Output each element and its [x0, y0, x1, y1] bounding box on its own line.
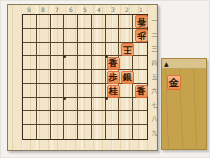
captured-pieces-tray: ▲ 金	[161, 58, 207, 150]
board-cell[interactable]	[106, 98, 120, 112]
board-cell[interactable]	[51, 111, 65, 125]
board-cell[interactable]	[78, 56, 92, 70]
board-cell[interactable]	[119, 125, 133, 139]
board-cell[interactable]	[92, 70, 106, 84]
board-cell[interactable]	[23, 111, 37, 125]
board-cell[interactable]	[64, 56, 78, 70]
board-grid-area: 香歩王香銀歩桂香	[22, 14, 148, 140]
board-cell[interactable]	[51, 125, 65, 139]
shogi-piece-sente[interactable]: 歩	[107, 71, 120, 84]
shogi-piece-sente[interactable]: 香	[135, 85, 148, 98]
file-label: 1	[134, 6, 148, 14]
board-cell[interactable]	[78, 70, 92, 84]
board-cell[interactable]	[92, 43, 106, 57]
board-cell[interactable]	[78, 125, 92, 139]
board-cell[interactable]	[37, 29, 51, 43]
board-cell[interactable]	[51, 84, 65, 98]
board-cell[interactable]	[64, 70, 78, 84]
shogi-piece-sente[interactable]: 香	[107, 57, 120, 70]
shogi-board: 987654321 一二三四五六七八九 香歩王香銀歩桂香	[7, 4, 158, 151]
board-cell[interactable]	[64, 125, 78, 139]
board-cell[interactable]	[133, 125, 147, 139]
board-cell[interactable]	[64, 43, 78, 57]
tsume-shogi-widget: 987654321 一二三四五六七八九 香歩王香銀歩桂香 ▲ 金	[0, 0, 210, 158]
rank-label: 四	[150, 56, 159, 70]
board-cell[interactable]	[106, 125, 120, 139]
board-cell[interactable]	[92, 125, 106, 139]
board-cell[interactable]	[23, 29, 37, 43]
shogi-piece-sente[interactable]: 桂	[107, 85, 120, 98]
board-cell[interactable]	[37, 125, 51, 139]
sente-to-move-marker: ▲	[164, 61, 169, 67]
rank-labels: 一二三四五六七八九	[150, 14, 159, 140]
board-cell[interactable]	[119, 29, 133, 43]
board-cell[interactable]	[106, 15, 120, 29]
file-label: 9	[22, 6, 36, 14]
rank-label: 五	[150, 70, 159, 84]
board-cell[interactable]	[51, 43, 65, 57]
board-cell[interactable]	[37, 84, 51, 98]
board-cell[interactable]	[92, 84, 106, 98]
board-cell[interactable]	[78, 43, 92, 57]
file-label: 4	[92, 6, 106, 14]
rank-label: 二	[150, 28, 159, 42]
file-label: 3	[106, 6, 120, 14]
board-cell[interactable]	[106, 43, 120, 57]
board-cell[interactable]	[92, 111, 106, 125]
board-cell[interactable]	[78, 29, 92, 43]
board-cell[interactable]	[37, 56, 51, 70]
board-cell[interactable]	[64, 29, 78, 43]
board-cell[interactable]	[64, 98, 78, 112]
board-cell[interactable]	[23, 15, 37, 29]
shogi-piece-sente[interactable]: 銀	[121, 71, 134, 84]
hoshi-dot	[63, 97, 66, 100]
rank-label: 八	[150, 112, 159, 126]
rank-label: 七	[150, 98, 159, 112]
board-cell[interactable]	[23, 56, 37, 70]
board-cell[interactable]	[119, 56, 133, 70]
board-cell[interactable]	[92, 98, 106, 112]
board-cell[interactable]	[119, 98, 133, 112]
board-cell[interactable]	[133, 43, 147, 57]
rank-label: 一	[150, 14, 159, 28]
hand-piece-gold[interactable]: 金	[167, 75, 181, 90]
board-cell[interactable]	[23, 84, 37, 98]
file-label: 2	[120, 6, 134, 14]
file-labels: 987654321	[22, 6, 148, 14]
board-cell[interactable]	[37, 43, 51, 57]
file-label: 7	[50, 6, 64, 14]
board-cell[interactable]	[78, 15, 92, 29]
board-cell[interactable]	[51, 29, 65, 43]
board-cell[interactable]	[23, 125, 37, 139]
board-cell[interactable]	[133, 56, 147, 70]
board-cell[interactable]	[78, 98, 92, 112]
board-cell[interactable]	[51, 70, 65, 84]
board-cell[interactable]	[133, 111, 147, 125]
board-cell[interactable]	[37, 70, 51, 84]
board-cell[interactable]	[51, 98, 65, 112]
board-cell[interactable]	[92, 56, 106, 70]
rank-label: 六	[150, 84, 159, 98]
board-cell[interactable]	[119, 15, 133, 29]
shogi-piece-gote[interactable]: 香	[135, 15, 148, 28]
rank-label: 九	[150, 126, 159, 140]
board-cell[interactable]	[37, 98, 51, 112]
board-cell[interactable]	[37, 15, 51, 29]
board-cell[interactable]	[78, 111, 92, 125]
board-cell[interactable]	[78, 84, 92, 98]
file-label: 6	[64, 6, 78, 14]
file-label: 8	[36, 6, 50, 14]
shogi-piece-gote[interactable]: 歩	[135, 29, 148, 42]
board-cell[interactable]	[133, 98, 147, 112]
board-cell[interactable]	[23, 43, 37, 57]
board-cell[interactable]	[119, 111, 133, 125]
board-cell[interactable]	[23, 70, 37, 84]
board-cell[interactable]	[64, 15, 78, 29]
board-cell[interactable]	[23, 98, 37, 112]
rank-label: 三	[150, 42, 159, 56]
board-cell[interactable]	[119, 84, 133, 98]
board-cell[interactable]	[64, 111, 78, 125]
hoshi-dot	[63, 55, 66, 58]
board-cell[interactable]	[51, 56, 65, 70]
board-cell[interactable]	[37, 111, 51, 125]
board-cell[interactable]	[51, 15, 65, 29]
shogi-piece-gote[interactable]: 王	[121, 43, 134, 56]
board-cell[interactable]	[106, 29, 120, 43]
board-cell[interactable]	[92, 29, 106, 43]
board-cell[interactable]	[92, 15, 106, 29]
board-cell[interactable]	[133, 70, 147, 84]
board-cell[interactable]	[106, 111, 120, 125]
captured-tray-header: ▲	[162, 59, 206, 69]
board-cell[interactable]	[64, 84, 78, 98]
file-label: 5	[78, 6, 92, 14]
